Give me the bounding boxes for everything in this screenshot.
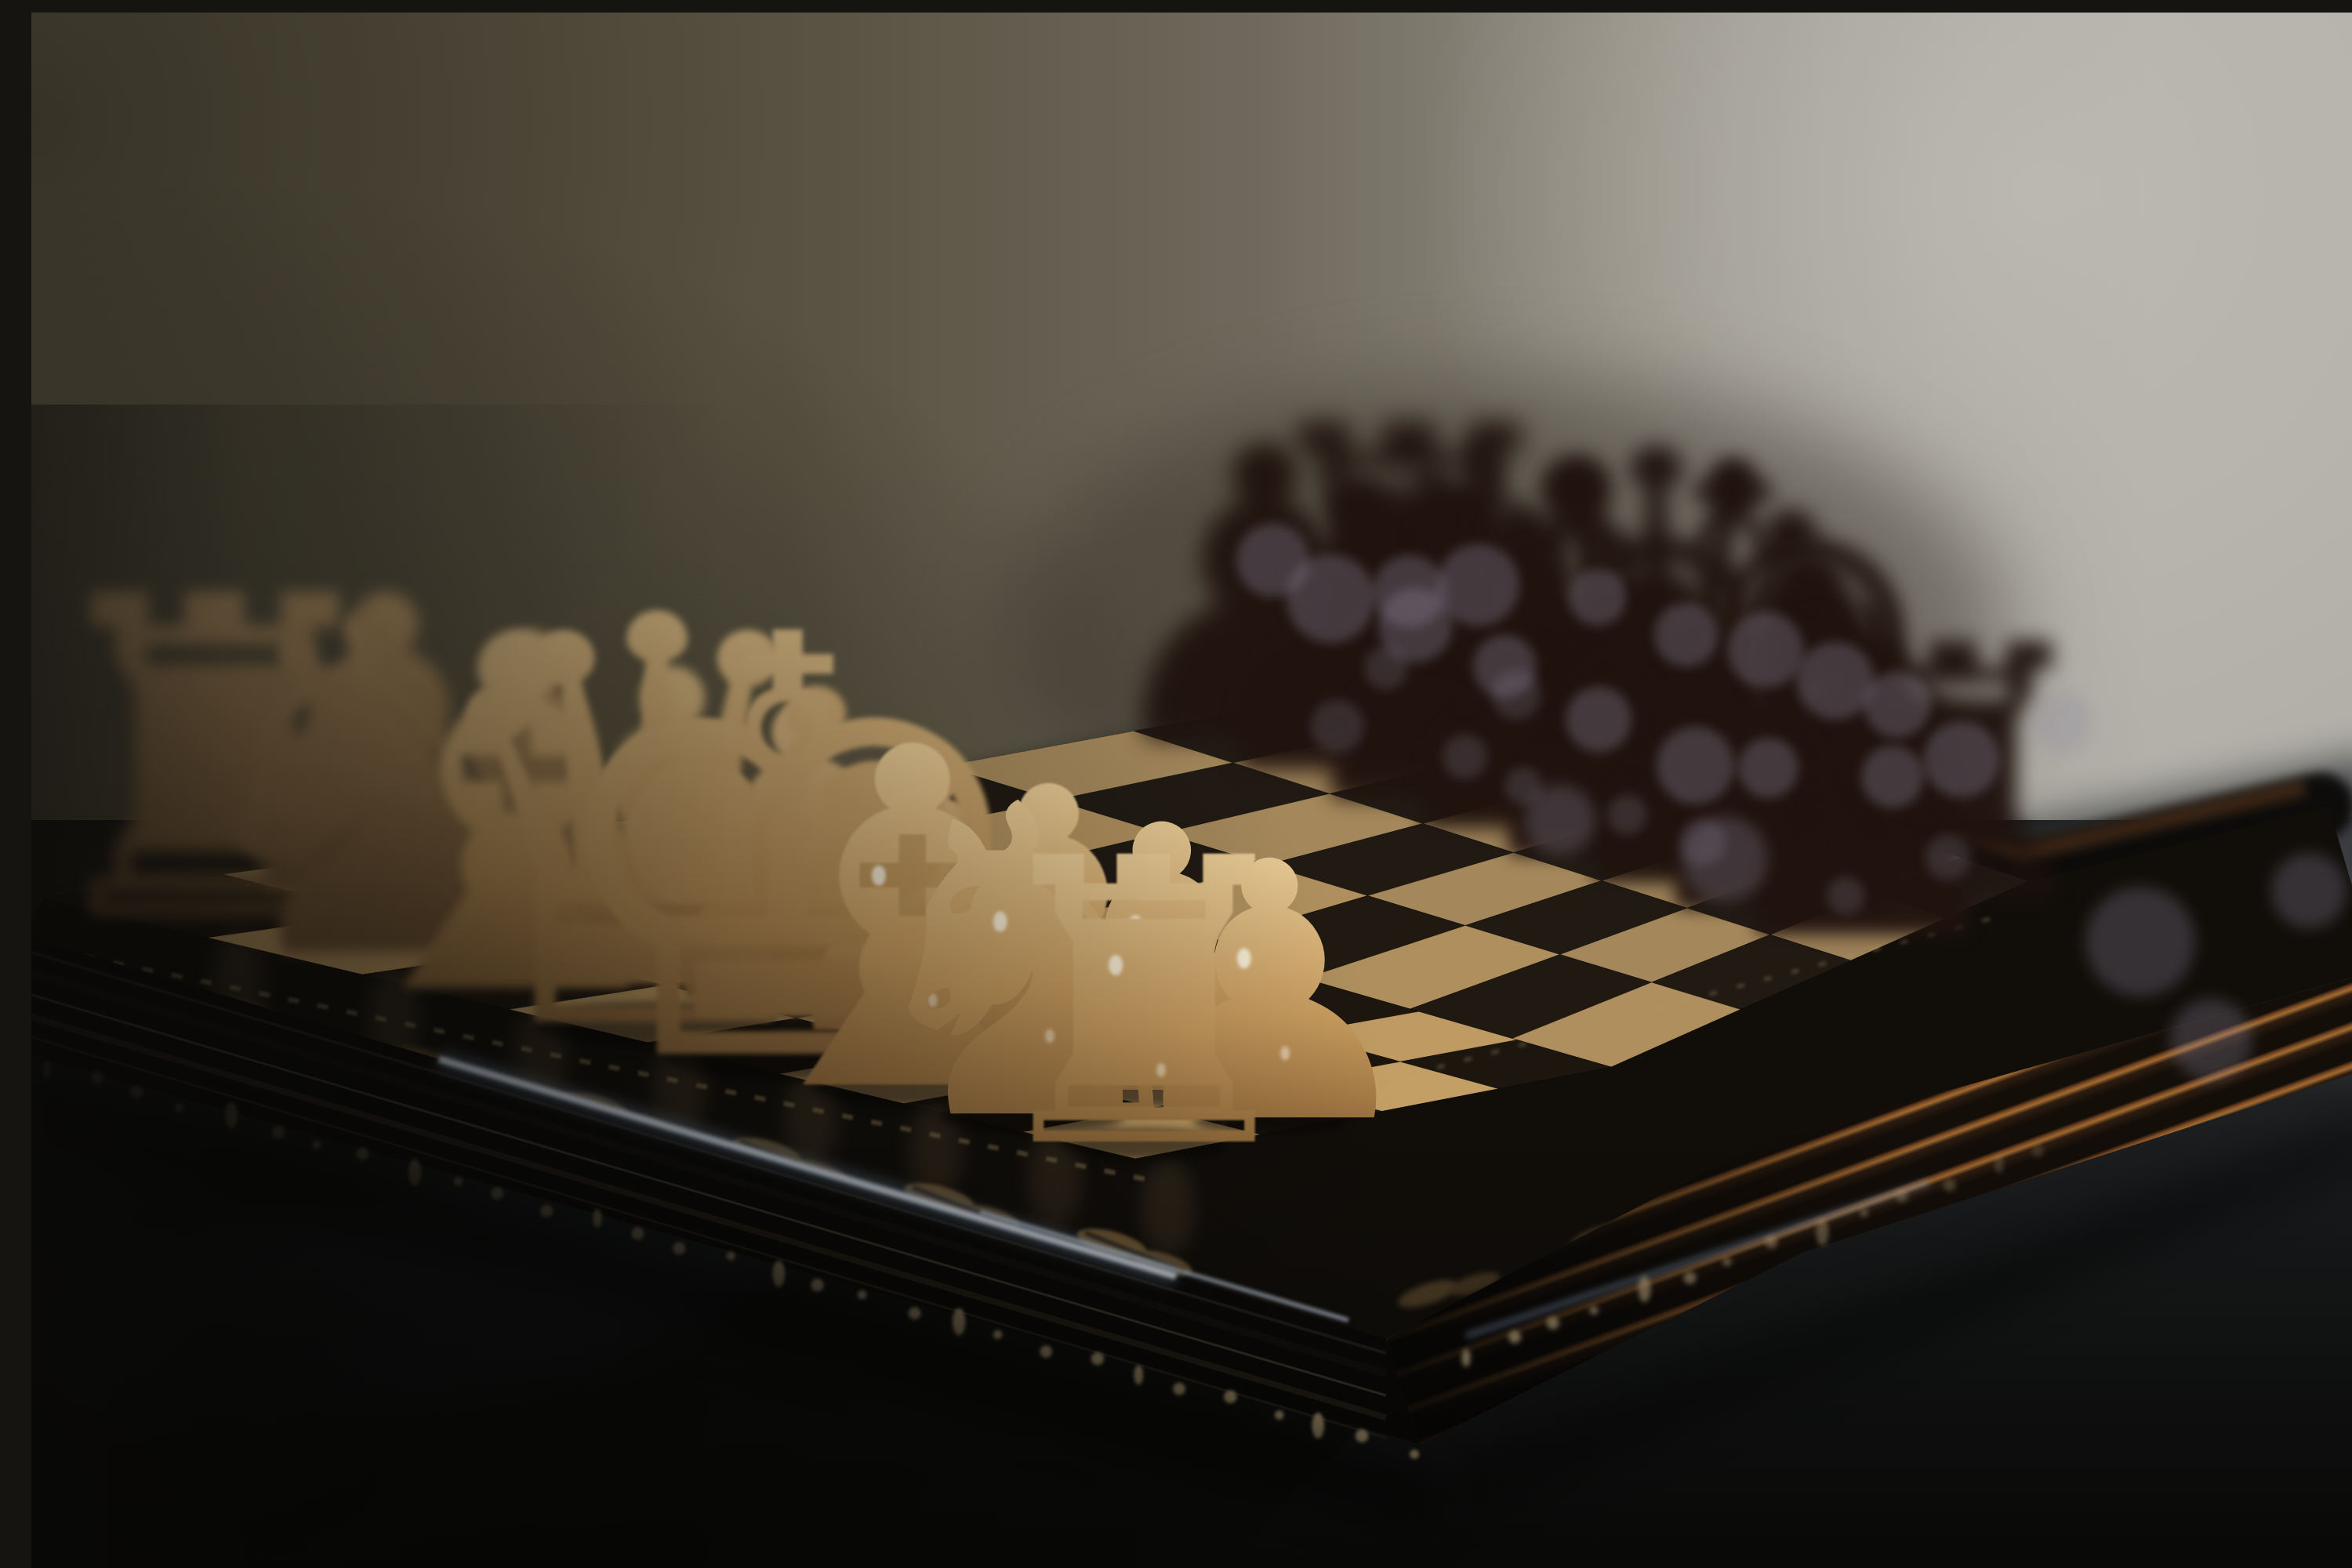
chess-scene: Low oblique close-up photograph of a car…	[31, 13, 2352, 1568]
vignette-left	[31, 405, 737, 1568]
chessboard-photo: Low oblique close-up photograph of a car…	[31, 13, 2352, 1568]
vignette	[31, 13, 2352, 1568]
